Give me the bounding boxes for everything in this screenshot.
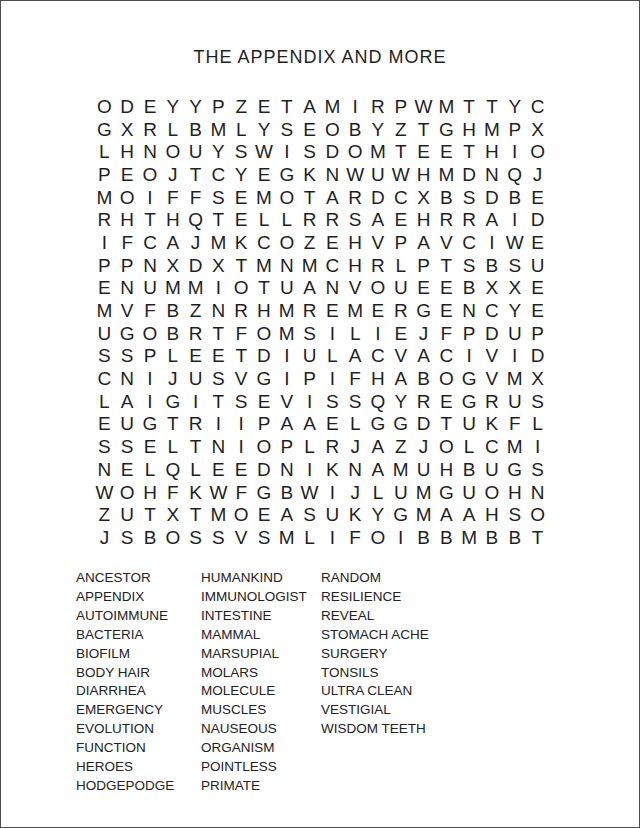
grid-cell[interactable]: I: [184, 390, 207, 413]
grid-cell[interactable]: T: [207, 322, 230, 345]
grid-cell[interactable]: R: [298, 208, 321, 231]
grid-cell[interactable]: M: [253, 186, 276, 209]
grid-cell[interactable]: R: [367, 95, 390, 118]
grid-cell[interactable]: D: [481, 186, 504, 209]
grid-cell[interactable]: O: [435, 367, 458, 390]
grid-cell[interactable]: U: [321, 503, 344, 526]
grid-cell[interactable]: M: [275, 322, 298, 345]
grid-cell[interactable]: Y: [367, 118, 390, 141]
grid-cell[interactable]: M: [207, 503, 230, 526]
grid-cell[interactable]: E: [321, 231, 344, 254]
grid-cell[interactable]: F: [230, 322, 253, 345]
grid-cell[interactable]: G: [367, 413, 390, 436]
grid-cell[interactable]: T: [412, 118, 435, 141]
grid-cell[interactable]: T: [298, 186, 321, 209]
grid-cell[interactable]: C: [435, 345, 458, 368]
grid-cell[interactable]: W: [253, 140, 276, 163]
grid-cell[interactable]: F: [184, 186, 207, 209]
grid-cell[interactable]: P: [93, 163, 116, 186]
grid-cell[interactable]: G: [161, 390, 184, 413]
grid-cell[interactable]: H: [412, 208, 435, 231]
grid-cell[interactable]: G: [139, 413, 162, 436]
grid-cell[interactable]: H: [344, 254, 367, 277]
grid-cell[interactable]: H: [435, 458, 458, 481]
grid-cell[interactable]: L: [230, 118, 253, 141]
grid-cell[interactable]: Z: [93, 503, 116, 526]
grid-cell[interactable]: G: [389, 413, 412, 436]
grid-cell[interactable]: U: [139, 277, 162, 300]
grid-cell[interactable]: C: [481, 299, 504, 322]
grid-cell[interactable]: P: [253, 413, 276, 436]
grid-cell[interactable]: U: [389, 277, 412, 300]
grid-cell[interactable]: M: [435, 95, 458, 118]
grid-cell[interactable]: M: [275, 526, 298, 549]
grid-cell[interactable]: P: [526, 322, 549, 345]
grid-cell[interactable]: V: [435, 231, 458, 254]
grid-cell[interactable]: F: [116, 231, 139, 254]
grid-cell[interactable]: B: [184, 118, 207, 141]
grid-cell[interactable]: E: [435, 140, 458, 163]
grid-cell[interactable]: E: [93, 413, 116, 436]
grid-cell[interactable]: X: [161, 254, 184, 277]
grid-cell[interactable]: S: [344, 208, 367, 231]
grid-cell[interactable]: A: [367, 208, 390, 231]
grid-cell[interactable]: P: [207, 95, 230, 118]
grid-cell[interactable]: I: [298, 390, 321, 413]
grid-cell[interactable]: P: [93, 254, 116, 277]
grid-cell[interactable]: L: [93, 140, 116, 163]
grid-cell[interactable]: F: [344, 367, 367, 390]
grid-cell[interactable]: A: [298, 95, 321, 118]
grid-cell[interactable]: I: [458, 345, 481, 368]
grid-cell[interactable]: C: [253, 231, 276, 254]
grid-cell[interactable]: F: [435, 322, 458, 345]
grid-cell[interactable]: W: [503, 231, 526, 254]
grid-cell[interactable]: I: [481, 231, 504, 254]
grid-cell[interactable]: F: [230, 481, 253, 504]
grid-cell[interactable]: U: [116, 413, 139, 436]
grid-cell[interactable]: S: [344, 390, 367, 413]
grid-cell[interactable]: O: [253, 322, 276, 345]
grid-cell[interactable]: Z: [298, 231, 321, 254]
grid-cell[interactable]: R: [412, 390, 435, 413]
grid-cell[interactable]: T: [230, 345, 253, 368]
grid-cell[interactable]: F: [161, 481, 184, 504]
grid-cell[interactable]: M: [412, 481, 435, 504]
grid-cell[interactable]: A: [161, 231, 184, 254]
grid-cell[interactable]: T: [526, 526, 549, 549]
grid-cell[interactable]: P: [412, 254, 435, 277]
grid-cell[interactable]: N: [321, 277, 344, 300]
grid-cell[interactable]: I: [230, 435, 253, 458]
grid-cell[interactable]: D: [481, 322, 504, 345]
grid-cell[interactable]: R: [184, 322, 207, 345]
grid-cell[interactable]: W: [207, 481, 230, 504]
grid-cell[interactable]: U: [458, 413, 481, 436]
grid-cell[interactable]: R: [344, 186, 367, 209]
grid-cell[interactable]: W: [344, 163, 367, 186]
grid-cell[interactable]: X: [116, 118, 139, 141]
grid-cell[interactable]: A: [344, 345, 367, 368]
grid-cell[interactable]: O: [367, 277, 390, 300]
grid-cell[interactable]: V: [230, 367, 253, 390]
grid-cell[interactable]: E: [230, 186, 253, 209]
grid-cell[interactable]: C: [139, 231, 162, 254]
grid-cell[interactable]: T: [184, 163, 207, 186]
grid-cell[interactable]: I: [139, 186, 162, 209]
grid-cell[interactable]: J: [344, 435, 367, 458]
grid-cell[interactable]: P: [503, 118, 526, 141]
grid-cell[interactable]: U: [526, 254, 549, 277]
grid-cell[interactable]: U: [184, 367, 207, 390]
grid-cell[interactable]: I: [321, 481, 344, 504]
grid-cell[interactable]: C: [458, 231, 481, 254]
grid-cell[interactable]: E: [230, 208, 253, 231]
grid-cell[interactable]: I: [344, 95, 367, 118]
grid-cell[interactable]: H: [253, 299, 276, 322]
grid-cell[interactable]: D: [253, 345, 276, 368]
grid-cell[interactable]: P: [116, 254, 139, 277]
grid-cell[interactable]: N: [526, 481, 549, 504]
grid-cell[interactable]: J: [93, 526, 116, 549]
grid-cell[interactable]: N: [139, 140, 162, 163]
grid-cell[interactable]: O: [139, 322, 162, 345]
grid-cell[interactable]: B: [435, 186, 458, 209]
grid-cell[interactable]: E: [526, 186, 549, 209]
grid-cell[interactable]: O: [481, 481, 504, 504]
grid-cell[interactable]: S: [230, 140, 253, 163]
grid-cell[interactable]: G: [458, 390, 481, 413]
grid-cell[interactable]: N: [116, 277, 139, 300]
grid-cell[interactable]: G: [116, 322, 139, 345]
grid-cell[interactable]: I: [230, 413, 253, 436]
grid-cell[interactable]: B: [503, 186, 526, 209]
grid-cell[interactable]: D: [253, 458, 276, 481]
grid-cell[interactable]: A: [458, 503, 481, 526]
grid-cell[interactable]: I: [503, 140, 526, 163]
grid-cell[interactable]: K: [184, 481, 207, 504]
grid-cell[interactable]: M: [389, 458, 412, 481]
grid-cell[interactable]: Q: [367, 390, 390, 413]
grid-cell[interactable]: E: [184, 345, 207, 368]
grid-cell[interactable]: G: [458, 367, 481, 390]
grid-cell[interactable]: S: [184, 526, 207, 549]
grid-cell[interactable]: L: [161, 435, 184, 458]
grid-cell[interactable]: Y: [161, 95, 184, 118]
grid-cell[interactable]: I: [139, 390, 162, 413]
grid-cell[interactable]: V: [344, 277, 367, 300]
grid-cell[interactable]: T: [207, 208, 230, 231]
grid-cell[interactable]: U: [481, 458, 504, 481]
grid-cell[interactable]: B: [161, 299, 184, 322]
grid-cell[interactable]: N: [116, 367, 139, 390]
grid-cell[interactable]: G: [435, 118, 458, 141]
grid-cell[interactable]: C: [321, 254, 344, 277]
grid-cell[interactable]: W: [298, 481, 321, 504]
grid-cell[interactable]: M: [93, 299, 116, 322]
grid-cell[interactable]: D: [367, 186, 390, 209]
grid-cell[interactable]: E: [412, 277, 435, 300]
grid-cell[interactable]: L: [253, 208, 276, 231]
grid-cell[interactable]: B: [275, 481, 298, 504]
grid-cell[interactable]: I: [93, 231, 116, 254]
grid-cell[interactable]: G: [275, 163, 298, 186]
grid-cell[interactable]: K: [321, 458, 344, 481]
grid-cell[interactable]: U: [503, 322, 526, 345]
grid-cell[interactable]: N: [275, 458, 298, 481]
grid-cell[interactable]: N: [321, 163, 344, 186]
grid-cell[interactable]: I: [275, 345, 298, 368]
grid-cell[interactable]: E: [389, 322, 412, 345]
grid-cell[interactable]: O: [275, 186, 298, 209]
grid-cell[interactable]: N: [344, 458, 367, 481]
grid-cell[interactable]: S: [207, 186, 230, 209]
grid-cell[interactable]: E: [435, 390, 458, 413]
grid-cell[interactable]: F: [139, 299, 162, 322]
grid-cell[interactable]: J: [412, 322, 435, 345]
grid-cell[interactable]: P: [389, 231, 412, 254]
grid-cell[interactable]: K: [298, 163, 321, 186]
grid-cell[interactable]: L: [275, 208, 298, 231]
grid-cell[interactable]: A: [298, 413, 321, 436]
grid-cell[interactable]: E: [435, 299, 458, 322]
grid-cell[interactable]: E: [526, 299, 549, 322]
grid-cell[interactable]: U: [93, 322, 116, 345]
grid-cell[interactable]: E: [116, 163, 139, 186]
grid-cell[interactable]: P: [275, 435, 298, 458]
grid-cell[interactable]: M: [458, 526, 481, 549]
grid-cell[interactable]: T: [139, 503, 162, 526]
grid-cell[interactable]: I: [503, 345, 526, 368]
grid-cell[interactable]: L: [161, 118, 184, 141]
grid-cell[interactable]: S: [458, 186, 481, 209]
grid-cell[interactable]: Z: [230, 95, 253, 118]
grid-cell[interactable]: A: [367, 435, 390, 458]
grid-cell[interactable]: O: [161, 140, 184, 163]
grid-cell[interactable]: L: [298, 526, 321, 549]
grid-cell[interactable]: L: [344, 322, 367, 345]
grid-cell[interactable]: F: [503, 413, 526, 436]
grid-cell[interactable]: N: [93, 458, 116, 481]
grid-cell[interactable]: S: [321, 390, 344, 413]
grid-cell[interactable]: B: [458, 277, 481, 300]
grid-cell[interactable]: U: [275, 277, 298, 300]
grid-cell[interactable]: G: [93, 118, 116, 141]
grid-cell[interactable]: M: [298, 254, 321, 277]
grid-cell[interactable]: J: [184, 231, 207, 254]
grid-cell[interactable]: A: [321, 186, 344, 209]
grid-cell[interactable]: W: [389, 163, 412, 186]
grid-cell[interactable]: W: [412, 95, 435, 118]
grid-cell[interactable]: L: [367, 481, 390, 504]
grid-cell[interactable]: E: [93, 277, 116, 300]
grid-cell[interactable]: W: [93, 481, 116, 504]
grid-cell[interactable]: I: [389, 526, 412, 549]
grid-cell[interactable]: L: [344, 413, 367, 436]
grid-cell[interactable]: D: [458, 163, 481, 186]
grid-cell[interactable]: O: [116, 186, 139, 209]
grid-cell[interactable]: I: [321, 322, 344, 345]
grid-cell[interactable]: T: [207, 390, 230, 413]
grid-cell[interactable]: E: [116, 458, 139, 481]
grid-cell[interactable]: A: [412, 231, 435, 254]
grid-cell[interactable]: U: [367, 163, 390, 186]
grid-cell[interactable]: Y: [253, 118, 276, 141]
grid-cell[interactable]: T: [184, 503, 207, 526]
grid-cell[interactable]: X: [481, 277, 504, 300]
grid-cell[interactable]: A: [367, 458, 390, 481]
grid-cell[interactable]: T: [435, 254, 458, 277]
grid-cell[interactable]: M: [184, 277, 207, 300]
grid-cell[interactable]: L: [298, 435, 321, 458]
grid-cell[interactable]: E: [253, 503, 276, 526]
grid-cell[interactable]: R: [458, 208, 481, 231]
grid-cell[interactable]: N: [275, 254, 298, 277]
grid-cell[interactable]: L: [321, 345, 344, 368]
grid-cell[interactable]: S: [116, 435, 139, 458]
grid-cell[interactable]: O: [116, 481, 139, 504]
grid-cell[interactable]: T: [275, 95, 298, 118]
grid-cell[interactable]: G: [412, 299, 435, 322]
grid-cell[interactable]: F: [344, 526, 367, 549]
grid-cell[interactable]: M: [93, 186, 116, 209]
grid-cell[interactable]: H: [503, 481, 526, 504]
grid-cell[interactable]: M: [161, 277, 184, 300]
grid-cell[interactable]: I: [367, 322, 390, 345]
grid-cell[interactable]: L: [139, 458, 162, 481]
grid-cell[interactable]: V: [275, 390, 298, 413]
grid-cell[interactable]: H: [116, 140, 139, 163]
grid-cell[interactable]: E: [230, 458, 253, 481]
grid-cell[interactable]: E: [298, 118, 321, 141]
grid-cell[interactable]: U: [298, 345, 321, 368]
grid-cell[interactable]: S: [503, 503, 526, 526]
grid-cell[interactable]: D: [526, 208, 549, 231]
grid-cell[interactable]: B: [344, 118, 367, 141]
grid-cell[interactable]: R: [389, 299, 412, 322]
grid-cell[interactable]: M: [367, 140, 390, 163]
grid-cell[interactable]: P: [298, 367, 321, 390]
grid-cell[interactable]: K: [230, 231, 253, 254]
grid-cell[interactable]: N: [458, 299, 481, 322]
grid-cell[interactable]: Q: [184, 208, 207, 231]
grid-cell[interactable]: T: [458, 140, 481, 163]
grid-cell[interactable]: Q: [161, 458, 184, 481]
grid-cell[interactable]: T: [161, 413, 184, 436]
grid-cell[interactable]: B: [481, 526, 504, 549]
grid-cell[interactable]: F: [161, 186, 184, 209]
grid-cell[interactable]: R: [93, 208, 116, 231]
grid-cell[interactable]: H: [481, 503, 504, 526]
grid-cell[interactable]: M: [481, 118, 504, 141]
grid-cell[interactable]: Y: [389, 390, 412, 413]
grid-cell[interactable]: I: [207, 413, 230, 436]
grid-cell[interactable]: D: [412, 413, 435, 436]
grid-cell[interactable]: Y: [503, 299, 526, 322]
grid-cell[interactable]: S: [253, 526, 276, 549]
grid-cell[interactable]: A: [481, 208, 504, 231]
grid-cell[interactable]: E: [389, 208, 412, 231]
grid-cell[interactable]: L: [93, 390, 116, 413]
grid-cell[interactable]: I: [207, 277, 230, 300]
grid-cell[interactable]: K: [481, 413, 504, 436]
grid-cell[interactable]: R: [230, 299, 253, 322]
grid-cell[interactable]: L: [458, 435, 481, 458]
grid-cell[interactable]: D: [184, 254, 207, 277]
grid-cell[interactable]: E: [207, 345, 230, 368]
grid-cell[interactable]: P: [389, 95, 412, 118]
grid-cell[interactable]: S: [207, 367, 230, 390]
grid-cell[interactable]: R: [321, 208, 344, 231]
grid-cell[interactable]: T: [389, 140, 412, 163]
grid-cell[interactable]: C: [481, 435, 504, 458]
grid-cell[interactable]: A: [116, 390, 139, 413]
grid-cell[interactable]: Y: [184, 95, 207, 118]
grid-cell[interactable]: N: [139, 254, 162, 277]
grid-cell[interactable]: S: [275, 118, 298, 141]
grid-cell[interactable]: M: [275, 299, 298, 322]
grid-cell[interactable]: S: [298, 322, 321, 345]
grid-cell[interactable]: O: [321, 118, 344, 141]
grid-cell[interactable]: Y: [207, 140, 230, 163]
grid-cell[interactable]: Z: [184, 299, 207, 322]
grid-cell[interactable]: S: [503, 254, 526, 277]
grid-cell[interactable]: R: [139, 118, 162, 141]
grid-cell[interactable]: R: [321, 435, 344, 458]
grid-cell[interactable]: E: [412, 140, 435, 163]
grid-cell[interactable]: S: [298, 140, 321, 163]
grid-cell[interactable]: R: [435, 208, 458, 231]
grid-cell[interactable]: I: [503, 208, 526, 231]
grid-cell[interactable]: J: [344, 481, 367, 504]
grid-cell[interactable]: T: [435, 413, 458, 436]
grid-cell[interactable]: H: [116, 208, 139, 231]
grid-cell[interactable]: O: [367, 526, 390, 549]
grid-cell[interactable]: U: [184, 140, 207, 163]
grid-cell[interactable]: A: [412, 345, 435, 368]
grid-cell[interactable]: H: [139, 481, 162, 504]
grid-cell[interactable]: I: [526, 435, 549, 458]
grid-cell[interactable]: H: [481, 140, 504, 163]
grid-cell[interactable]: H: [161, 208, 184, 231]
grid-cell[interactable]: V: [367, 231, 390, 254]
grid-cell[interactable]: S: [116, 345, 139, 368]
grid-cell[interactable]: U: [116, 503, 139, 526]
grid-cell[interactable]: G: [435, 481, 458, 504]
grid-cell[interactable]: L: [526, 413, 549, 436]
grid-cell[interactable]: E: [526, 277, 549, 300]
grid-cell[interactable]: B: [161, 322, 184, 345]
grid-cell[interactable]: C: [389, 186, 412, 209]
grid-cell[interactable]: E: [435, 277, 458, 300]
grid-cell[interactable]: I: [275, 367, 298, 390]
grid-cell[interactable]: M: [321, 95, 344, 118]
grid-cell[interactable]: V: [481, 367, 504, 390]
grid-cell[interactable]: A: [275, 503, 298, 526]
grid-cell[interactable]: D: [116, 95, 139, 118]
grid-cell[interactable]: Y: [503, 95, 526, 118]
grid-cell[interactable]: Y: [367, 503, 390, 526]
grid-cell[interactable]: O: [161, 526, 184, 549]
grid-cell[interactable]: D: [526, 345, 549, 368]
grid-cell[interactable]: X: [412, 186, 435, 209]
grid-cell[interactable]: J: [526, 163, 549, 186]
grid-cell[interactable]: Z: [389, 435, 412, 458]
grid-cell[interactable]: O: [230, 277, 253, 300]
grid-cell[interactable]: X: [161, 503, 184, 526]
grid-cell[interactable]: L: [161, 345, 184, 368]
grid-cell[interactable]: S: [207, 526, 230, 549]
